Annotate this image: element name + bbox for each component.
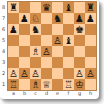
square-h8: ♜: [85, 2, 96, 13]
black-knight: ♞: [30, 24, 41, 35]
square-d6: [41, 24, 52, 35]
chess-board: ♜♛♝♜♟♘♞♟♟♟♞♚♙♝♗♙♙♙♙♙♙♖♗♕♖♔: [8, 2, 96, 90]
rank-label-2: 2: [0, 68, 7, 79]
square-c4: ♗: [30, 46, 41, 57]
square-a6: ♟: [8, 24, 19, 35]
file-label-g: g: [74, 90, 85, 98]
square-d2: [41, 68, 52, 79]
rank-label-3: 3: [0, 57, 7, 68]
square-g6: ♚: [74, 24, 85, 35]
square-e3: [52, 57, 63, 68]
black-bishop: ♝: [63, 35, 74, 46]
square-b1: [19, 79, 30, 90]
black-pawn: ♟: [85, 13, 96, 24]
square-f2: [63, 68, 74, 79]
file-label-a: a: [8, 90, 19, 98]
chess-diagram-card[interactable]: 87654321 ♜♛♝♜♟♘♞♟♟♟♞♚♙♝♗♙♙♙♙♙♙♖♗♕♖♔ abcd…: [0, 0, 99, 99]
rank-labels: 87654321: [0, 2, 7, 90]
black-king: ♚: [74, 24, 85, 35]
black-rook: ♜: [85, 2, 96, 13]
square-e1: [52, 79, 63, 90]
white-bishop: ♗: [30, 46, 41, 57]
square-h2: ♙: [85, 68, 96, 79]
white-rook: ♖: [8, 79, 19, 90]
square-b6: [19, 24, 30, 35]
square-f1: ♖: [63, 79, 74, 90]
square-g8: [74, 2, 85, 13]
rank-label-5: 5: [0, 35, 7, 46]
square-a5: [8, 35, 19, 46]
white-pawn: ♙: [74, 68, 85, 79]
square-h5: [85, 35, 96, 46]
square-h4: [85, 46, 96, 57]
square-a3: [8, 57, 19, 68]
file-label-f: f: [63, 90, 74, 98]
white-pawn: ♙: [8, 68, 19, 79]
square-g2: ♙: [74, 68, 85, 79]
square-a4: [8, 46, 19, 57]
square-e5: ♙: [52, 35, 63, 46]
square-c7: ♘: [30, 13, 41, 24]
black-pawn: ♟: [74, 13, 85, 24]
white-pawn: ♙: [52, 35, 63, 46]
chess-thumbnail-stage: 87654321 ♜♛♝♜♟♘♞♟♟♟♞♚♙♝♗♙♙♙♙♙♙♖♗♕♖♔ abcd…: [0, 0, 104, 104]
square-d4: ♙: [41, 46, 52, 57]
square-c1: ♗: [30, 79, 41, 90]
square-g1: ♔: [74, 79, 85, 90]
square-e7: ♞: [52, 13, 63, 24]
square-e6: [52, 24, 63, 35]
square-f5: ♝: [63, 35, 74, 46]
square-a2: ♙: [8, 68, 19, 79]
square-b7: ♟: [19, 13, 30, 24]
square-b8: [19, 2, 30, 13]
rank-label-1: 1: [0, 79, 7, 90]
square-c2: ♙: [30, 68, 41, 79]
square-a1: ♖: [8, 79, 19, 90]
square-b2: ♙: [19, 68, 30, 79]
white-knight: ♘: [30, 13, 41, 24]
square-g4: [74, 46, 85, 57]
square-f4: [63, 46, 74, 57]
square-h7: ♟: [85, 13, 96, 24]
white-pawn: ♙: [30, 68, 41, 79]
square-f7: [63, 13, 74, 24]
rank-label-7: 7: [0, 13, 7, 24]
square-a7: [8, 13, 19, 24]
black-queen: ♛: [41, 2, 52, 13]
rank-label-8: 8: [0, 2, 7, 13]
white-pawn: ♙: [41, 46, 52, 57]
rank-label-4: 4: [0, 46, 7, 57]
square-f8: ♝: [63, 2, 74, 13]
square-c6: ♞: [30, 24, 41, 35]
square-d5: [41, 35, 52, 46]
white-rook: ♖: [63, 79, 74, 90]
square-h6: [85, 24, 96, 35]
square-c3: [30, 57, 41, 68]
square-e2: [52, 68, 63, 79]
white-pawn: ♙: [19, 68, 30, 79]
square-c8: [30, 2, 41, 13]
white-pawn: ♙: [85, 68, 96, 79]
square-e4: [52, 46, 63, 57]
file-label-d: d: [41, 90, 52, 98]
square-d7: [41, 13, 52, 24]
white-king: ♔: [74, 79, 85, 90]
square-b4: [19, 46, 30, 57]
square-g3: [74, 57, 85, 68]
black-knight: ♞: [52, 13, 63, 24]
square-c5: [30, 35, 41, 46]
square-h3: [85, 57, 96, 68]
square-b5: [19, 35, 30, 46]
rank-label-6: 6: [0, 24, 7, 35]
square-g7: ♟: [74, 13, 85, 24]
square-d8: ♛: [41, 2, 52, 13]
square-b3: [19, 57, 30, 68]
square-d1: ♕: [41, 79, 52, 90]
black-rook: ♜: [8, 2, 19, 13]
file-label-h: h: [85, 90, 96, 98]
white-bishop: ♗: [30, 79, 41, 90]
square-h1: [85, 79, 96, 90]
file-labels: abcdefgh: [8, 90, 96, 98]
square-a8: ♜: [8, 2, 19, 13]
black-pawn: ♟: [8, 24, 19, 35]
file-label-e: e: [52, 90, 63, 98]
square-f3: [63, 57, 74, 68]
square-g5: [74, 35, 85, 46]
black-bishop: ♝: [63, 2, 74, 13]
square-f6: [63, 24, 74, 35]
file-label-b: b: [19, 90, 30, 98]
square-d3: [41, 57, 52, 68]
file-label-c: c: [30, 90, 41, 98]
square-e8: [52, 2, 63, 13]
black-pawn: ♟: [19, 13, 30, 24]
white-queen: ♕: [41, 79, 52, 90]
